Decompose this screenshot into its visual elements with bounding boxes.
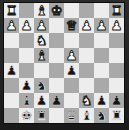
- black-king-g8: ♚: [19, 108, 34, 123]
- white-pawn-c2: ♟: [79, 18, 94, 33]
- black-pawn-g6: ♟: [19, 78, 34, 93]
- square-g8[interactable]: ♚: [19, 108, 34, 123]
- square-g3[interactable]: [19, 33, 34, 48]
- square-c4[interactable]: [79, 48, 94, 63]
- black-bishop-c8: ♝: [79, 108, 94, 123]
- square-d1[interactable]: [64, 3, 79, 18]
- white-rook-h1: ♜: [4, 3, 19, 18]
- black-knight-b8: ♞: [94, 108, 109, 123]
- square-a7[interactable]: ♟: [109, 93, 124, 108]
- square-g4[interactable]: [19, 48, 34, 63]
- white-pawn-f2: ♟: [34, 18, 49, 33]
- square-e4[interactable]: [49, 48, 64, 63]
- square-d6[interactable]: [64, 78, 79, 93]
- square-d7[interactable]: [64, 93, 79, 108]
- square-e2[interactable]: [49, 18, 64, 33]
- square-c5[interactable]: [79, 63, 94, 78]
- square-f7[interactable]: ♟: [34, 93, 49, 108]
- square-g2[interactable]: ♟: [19, 18, 34, 33]
- black-pawn-h5: ♟: [4, 63, 19, 78]
- black-rook-f8: ♜: [34, 108, 49, 123]
- square-f6[interactable]: ♞: [34, 78, 49, 93]
- square-b2[interactable]: ♟: [94, 18, 109, 33]
- square-c7[interactable]: ♞: [79, 93, 94, 108]
- square-e6[interactable]: [49, 78, 64, 93]
- square-c3[interactable]: [79, 33, 94, 48]
- square-e7[interactable]: ♟: [49, 93, 64, 108]
- square-f4[interactable]: ♝: [34, 48, 49, 63]
- square-g6[interactable]: ♟: [19, 78, 34, 93]
- square-d8[interactable]: ♛: [64, 108, 79, 123]
- square-h3[interactable]: [4, 33, 19, 48]
- square-f3[interactable]: ♞: [34, 33, 49, 48]
- square-e5[interactable]: [49, 63, 64, 78]
- black-bishop-g7: ♝: [19, 93, 34, 108]
- square-h4[interactable]: [4, 48, 19, 63]
- black-pawn-b7: ♟: [94, 93, 109, 108]
- square-c6[interactable]: [79, 78, 94, 93]
- square-d2[interactable]: ♛: [64, 18, 79, 33]
- white-rook-a1: ♜: [109, 3, 124, 18]
- square-h6[interactable]: [4, 78, 19, 93]
- square-h8[interactable]: [4, 108, 19, 123]
- square-b1[interactable]: [94, 3, 109, 18]
- square-c2[interactable]: ♟: [79, 18, 94, 33]
- square-b6[interactable]: [94, 78, 109, 93]
- square-g1[interactable]: [19, 3, 34, 18]
- square-f2[interactable]: ♟: [34, 18, 49, 33]
- white-queen-d2: ♛: [64, 18, 79, 33]
- square-f5[interactable]: [34, 63, 49, 78]
- square-e1[interactable]: ♚: [49, 3, 64, 18]
- square-b7[interactable]: ♟: [94, 93, 109, 108]
- white-bishop-f4: ♝: [34, 48, 49, 63]
- square-a3[interactable]: [109, 33, 124, 48]
- square-b4[interactable]: [94, 48, 109, 63]
- white-pawn-a2: ♟: [109, 18, 124, 33]
- square-h5[interactable]: ♟: [4, 63, 19, 78]
- white-pawn-d4: ♟: [64, 48, 79, 63]
- square-e8[interactable]: [49, 108, 64, 123]
- black-pawn-a7: ♟: [109, 93, 124, 108]
- square-b3[interactable]: [94, 33, 109, 48]
- white-bishop-f1: ♝: [34, 3, 49, 18]
- square-d4[interactable]: ♟: [64, 48, 79, 63]
- black-knight-f6: ♞: [34, 78, 49, 93]
- square-d3[interactable]: [64, 33, 79, 48]
- white-pawn-g2: ♟: [19, 18, 34, 33]
- black-pawn-f7: ♟: [34, 93, 49, 108]
- square-b5[interactable]: [94, 63, 109, 78]
- black-rook-a8: ♜: [109, 108, 124, 123]
- white-king-e1: ♚: [49, 3, 64, 18]
- black-pawn-d5: ♟: [64, 63, 79, 78]
- white-pawn-b2: ♟: [94, 18, 109, 33]
- square-b8[interactable]: ♞: [94, 108, 109, 123]
- black-queen-d8: ♛: [64, 108, 79, 123]
- square-a6[interactable]: [109, 78, 124, 93]
- chess-board: ♜♝♚♜♟♟♟♛♟♟♟♞♝♟♟♟♟♞♝♟♟♞♟♟♚♜♛♝♞♜: [4, 3, 124, 123]
- square-a5[interactable]: [109, 63, 124, 78]
- square-a8[interactable]: ♜: [109, 108, 124, 123]
- square-g5[interactable]: [19, 63, 34, 78]
- square-a4[interactable]: [109, 48, 124, 63]
- white-knight-f3: ♞: [34, 33, 49, 48]
- square-c1[interactable]: [79, 3, 94, 18]
- black-pawn-e7: ♟: [49, 93, 64, 108]
- square-f8[interactable]: ♜: [34, 108, 49, 123]
- square-d5[interactable]: ♟: [64, 63, 79, 78]
- square-e3[interactable]: [49, 33, 64, 48]
- square-h2[interactable]: ♟: [4, 18, 19, 33]
- board-frame: ♜♝♚♜♟♟♟♛♟♟♟♞♝♟♟♟♟♞♝♟♟♞♟♟♚♜♛♝♞♜: [0, 0, 129, 130]
- white-knight-c7: ♞: [79, 93, 94, 108]
- square-c8[interactable]: ♝: [79, 108, 94, 123]
- square-a1[interactable]: ♜: [109, 3, 124, 18]
- white-pawn-h2: ♟: [4, 18, 19, 33]
- square-g7[interactable]: ♝: [19, 93, 34, 108]
- square-f1[interactable]: ♝: [34, 3, 49, 18]
- square-h1[interactable]: ♜: [4, 3, 19, 18]
- square-a2[interactable]: ♟: [109, 18, 124, 33]
- square-h7[interactable]: [4, 93, 19, 108]
